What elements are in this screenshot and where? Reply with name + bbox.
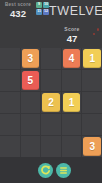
board-cell-r2c2: 5 bbox=[21, 70, 41, 91]
twelve-game-app: Best score 432 9101112 TWELVE Score 47 3… bbox=[0, 0, 102, 183]
restart-icon bbox=[40, 165, 51, 176]
logo-tile-9: 9 bbox=[36, 2, 42, 8]
tile-5[interactable]: 5 bbox=[22, 71, 40, 90]
board-cell-r5c4 bbox=[62, 136, 82, 157]
board-cell-r4c4 bbox=[62, 114, 82, 135]
particle-dot bbox=[89, 7, 91, 9]
restart-button[interactable] bbox=[38, 163, 53, 178]
score-value: 47 bbox=[56, 33, 88, 44]
menu-button[interactable] bbox=[56, 163, 71, 178]
tile-4[interactable]: 4 bbox=[63, 49, 81, 68]
board-cell-r3c2 bbox=[21, 92, 41, 113]
tile-3[interactable]: 3 bbox=[22, 49, 40, 68]
score-block: Score 47 bbox=[56, 26, 88, 44]
board-cell-r3c3: 2 bbox=[41, 92, 61, 113]
board-cell-r4c2 bbox=[21, 114, 41, 135]
game-logo-icon: 9101112 bbox=[36, 2, 49, 15]
board-cell-r5c1 bbox=[0, 136, 20, 157]
logo-tile-11: 11 bbox=[36, 9, 42, 15]
best-score-block: Best score 432 bbox=[1, 2, 35, 19]
board-cell-r5c5: 3 bbox=[82, 136, 102, 157]
board-cell-r1c1 bbox=[0, 48, 20, 69]
score-label: Score bbox=[56, 26, 88, 32]
game-board: 3415213 bbox=[0, 48, 102, 157]
game-title: TWELVE bbox=[49, 4, 102, 18]
header: Best score 432 9101112 TWELVE Score 47 bbox=[0, 0, 102, 48]
particle-dot bbox=[97, 28, 99, 31]
board-cell-r1c3 bbox=[41, 48, 61, 69]
board-cell-r4c3 bbox=[41, 114, 61, 135]
menu-icon bbox=[58, 165, 69, 176]
board-cell-r2c3 bbox=[41, 70, 61, 91]
tile-3[interactable]: 3 bbox=[83, 137, 101, 156]
board-cell-r3c1 bbox=[0, 92, 20, 113]
board-cell-r5c2 bbox=[21, 136, 41, 157]
board-cell-r2c5 bbox=[82, 70, 102, 91]
best-score-value: 432 bbox=[1, 8, 35, 19]
board-cell-r3c5 bbox=[82, 92, 102, 113]
board-cell-r2c4 bbox=[62, 70, 82, 91]
best-score-label: Best score bbox=[1, 2, 35, 7]
board-cell-r3c4: 1 bbox=[62, 92, 82, 113]
board-cell-r4c1 bbox=[0, 114, 20, 135]
particle-dot bbox=[93, 33, 95, 35]
board-cell-r2c1 bbox=[0, 70, 20, 91]
board-cell-r1c2: 3 bbox=[21, 48, 41, 69]
tile-1[interactable]: 1 bbox=[63, 93, 81, 112]
board-cell-r1c5: 1 bbox=[82, 48, 102, 69]
board-cell-r5c3 bbox=[41, 136, 61, 157]
tile-2[interactable]: 2 bbox=[42, 93, 60, 112]
bottom-bar bbox=[0, 157, 102, 183]
tile-1[interactable]: 1 bbox=[83, 49, 101, 68]
board-cell-r1c4: 4 bbox=[62, 48, 82, 69]
board-cell-r4c5 bbox=[82, 114, 102, 135]
